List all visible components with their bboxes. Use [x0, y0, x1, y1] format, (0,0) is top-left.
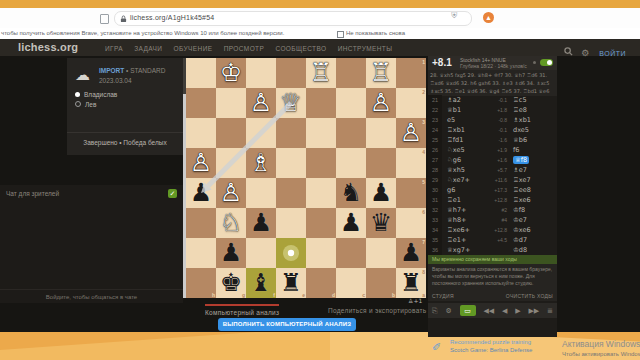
- rank-label: 6: [422, 209, 425, 215]
- move-number: 34: [428, 225, 442, 235]
- white-move[interactable]: e5: [442, 115, 485, 125]
- white-move[interactable]: ♘xe7+: [442, 175, 485, 185]
- move-row: 22♕b1+1.8♖e8: [428, 105, 557, 115]
- url-text[interactable]: lichess.org/A1gH1k45#54: [130, 14, 214, 21]
- square-f1[interactable]: [246, 58, 276, 88]
- square-f8[interactable]: ♝f: [246, 268, 276, 298]
- practice-screen-button[interactable]: ▭: [460, 305, 476, 316]
- square-c8[interactable]: c: [336, 268, 366, 298]
- rank-label: 7: [422, 239, 425, 245]
- square-h7[interactable]: [186, 238, 216, 268]
- notice-body: Варианты анализа сохраняются в вашем бра…: [428, 264, 557, 289]
- black-move[interactable]: ♖c5: [510, 95, 557, 105]
- black-bishop[interactable]: ♝: [246, 268, 276, 298]
- black-move[interactable]: ♗xb1: [510, 115, 557, 125]
- square-c3[interactable]: [336, 118, 366, 148]
- browser-toolbar: lichess.org/A1gH1k45#54 ⛨ ▲: [0, 8, 640, 29]
- black-move[interactable]: f6: [510, 145, 557, 155]
- white-move[interactable]: ♕h7+: [442, 205, 485, 215]
- move-row: 33♕h8+#4♔e7: [428, 215, 557, 225]
- move-row: 35♖e1++4.5♔d7: [428, 235, 557, 245]
- square-g1[interactable]: ♔: [216, 58, 246, 88]
- gear-icon[interactable]: ⚙: [581, 48, 589, 58]
- rank-label: 5: [422, 179, 425, 185]
- request-analysis-button[interactable]: ВЫПОЛНИТЬ КОМПЬЮТЕРНЫЙ АНАЛИЗ: [218, 318, 356, 331]
- square-c2[interactable]: [336, 88, 366, 118]
- nav-watch[interactable]: ПРОСМОТР: [224, 45, 265, 52]
- extension-icon[interactable]: [100, 14, 109, 24]
- square-b8[interactable]: b: [366, 268, 396, 298]
- move-number: 35: [428, 235, 442, 245]
- square-d3[interactable]: [306, 118, 336, 148]
- square-f7[interactable]: [246, 238, 276, 268]
- move-number: 29: [428, 175, 442, 185]
- move-row: 34♖xe6++12.8♔xe6: [428, 225, 557, 235]
- square-f2[interactable]: ♙: [246, 88, 276, 118]
- square-f3[interactable]: [246, 118, 276, 148]
- move-eval: -0.1: [485, 125, 510, 135]
- dismiss-label[interactable]: Не показывать снова: [346, 30, 405, 36]
- white-disc-icon: [75, 92, 80, 97]
- move-number: 36: [428, 245, 442, 255]
- lock-icon: [120, 15, 127, 23]
- white-move[interactable]: ♗a2: [442, 95, 485, 105]
- chat-toggle[interactable]: ✓: [168, 189, 177, 198]
- black-knight[interactable]: ♞: [336, 178, 366, 208]
- rank-label: 4: [422, 149, 425, 155]
- nav-tools[interactable]: ИНСТРУМЕНТЫ: [338, 45, 393, 52]
- move-eval: +1.6: [485, 155, 510, 165]
- clear-moves-button[interactable]: ОЧИСТИТЬ ХОДЫ: [502, 293, 557, 299]
- white-move[interactable]: ♕xg7+: [442, 245, 485, 255]
- square-h1[interactable]: [186, 58, 216, 88]
- square-g3[interactable]: [216, 118, 246, 148]
- square-e8[interactable]: ♜e: [276, 268, 306, 298]
- move-number: 32: [428, 205, 442, 215]
- move-number: 28: [428, 165, 442, 175]
- chat-title: Чат для зрителей: [6, 190, 59, 197]
- square-d1[interactable]: ♖: [306, 58, 336, 88]
- spectator-chat: Чат для зрителей ✓ Войдите, чтобы общать…: [0, 185, 183, 303]
- white-move[interactable]: ♘xe5: [442, 145, 485, 155]
- black-move[interactable]: ♕f8: [510, 155, 557, 165]
- dismiss-checkbox[interactable]: [337, 31, 344, 38]
- main-nav: ИГРА ЗАДАЧИ ОБУЧЕНИЕ ПРОСМОТР СООБЩЕСТВО…: [105, 45, 401, 52]
- move-number: 27: [428, 155, 442, 165]
- square-g2[interactable]: [216, 88, 246, 118]
- square-d4[interactable]: [306, 148, 336, 178]
- move-eval: +4.5: [485, 235, 510, 245]
- square-e3[interactable]: [276, 118, 306, 148]
- file-label: c: [362, 292, 365, 298]
- square-b3[interactable]: [366, 118, 396, 148]
- move-row: 28♕xh5+5.7♗e7: [428, 165, 557, 175]
- game-result: Завершено • Победа белых: [67, 132, 183, 146]
- move-eval: +1.9: [485, 145, 510, 155]
- black-disc-icon: [75, 101, 81, 107]
- shield-icon[interactable]: ⛨: [451, 11, 457, 21]
- move-number: 25: [428, 135, 442, 145]
- move-row: 30g6+17.3♖ee8: [428, 185, 557, 195]
- black-move[interactable]: ♔f8: [510, 205, 557, 215]
- move-row: 24♖xb1-0.1dxe5: [428, 125, 557, 135]
- analysis-panel: +8.1 Stockfish 14+ NNUE Глубина 18/22 · …: [428, 56, 557, 337]
- square-e4[interactable]: [276, 148, 306, 178]
- move-number: 21: [428, 95, 442, 105]
- move-number: 30: [428, 185, 442, 195]
- move-list-icon[interactable]: ≣: [547, 307, 553, 315]
- white-move[interactable]: ♖fd1: [442, 135, 485, 145]
- puzzle-line1[interactable]: Recommended puzzle training: [450, 339, 531, 345]
- square-a8[interactable]: ♜a8: [396, 268, 426, 298]
- black-move[interactable]: ♔e7: [510, 215, 557, 225]
- square-b4[interactable]: [366, 148, 396, 178]
- next-move-icon[interactable]: ▶: [515, 307, 520, 315]
- move-number: 23: [428, 115, 442, 125]
- square-c6[interactable]: ♟: [336, 208, 366, 238]
- settings-icon[interactable]: ⚙: [445, 307, 451, 315]
- sign-in-link[interactable]: ВОЙТИ: [599, 50, 626, 57]
- white-bishop[interactable]: ♗: [246, 148, 276, 178]
- menu-icon[interactable]: ⎘: [432, 307, 438, 315]
- move-eval: -0.1: [485, 95, 510, 105]
- file-label: f: [273, 292, 275, 298]
- black-move[interactable]: ♖ee8: [510, 185, 557, 195]
- move-eval: +12.8: [485, 225, 510, 235]
- square-h2[interactable]: [186, 88, 216, 118]
- square-g6[interactable]: ♘: [216, 208, 246, 238]
- black-move[interactable]: ♔xe6: [510, 225, 557, 235]
- white-queen[interactable]: ♕: [276, 88, 306, 118]
- move-number: 22: [428, 105, 442, 115]
- desktop: lichess.org/A1gH1k45#54 ⛨ ▲ чтобы получи…: [0, 0, 640, 360]
- move-eval: #4: [485, 215, 510, 225]
- square-c5[interactable]: ♞: [336, 178, 366, 208]
- white-move[interactable]: ♖xb1: [442, 125, 485, 135]
- rank-label: 1: [422, 59, 425, 65]
- black-pawn[interactable]: ♟: [336, 208, 366, 238]
- square-d7[interactable]: [306, 238, 336, 268]
- black-pawn[interactable]: ♟: [366, 178, 396, 208]
- move-eval: +11.6: [485, 175, 510, 185]
- black-pawn[interactable]: ♟: [216, 238, 246, 268]
- white-move[interactable]: ♕b1: [442, 105, 485, 115]
- import-cloud-icon: ☁: [75, 66, 90, 84]
- square-e1[interactable]: [276, 58, 306, 88]
- white-pawn[interactable]: ♙: [216, 178, 246, 208]
- square-a7[interactable]: ♟7: [396, 238, 426, 268]
- white-player[interactable]: Владислав: [75, 91, 117, 98]
- black-move[interactable]: ♖xe7: [510, 175, 557, 185]
- study-button[interactable]: СТУДИЯ: [428, 293, 458, 299]
- black-move[interactable]: ♗e7: [510, 165, 557, 175]
- move-row: 31♖e1+12.8♖xe6: [428, 195, 557, 205]
- chess-board[interactable]: ♔♖♖1♙♕♙2♙3♙♗4♟♙♞♟5♘♟♟♛6♟♟7h♚g♝f♜edcb♜a8: [186, 58, 426, 298]
- move-number: 26: [428, 145, 442, 155]
- move-eval: +12.8: [485, 195, 510, 205]
- move-number: 33: [428, 215, 442, 225]
- square-a6[interactable]: 6: [396, 208, 426, 238]
- puzzle-line2[interactable]: Scotch Game: Berlina Defense: [450, 347, 532, 353]
- black-move[interactable]: ♖xe6: [510, 195, 557, 205]
- nav-learn[interactable]: ОБУЧЕНИЕ: [174, 45, 213, 52]
- white-move[interactable]: ♕h8+: [442, 215, 485, 225]
- move-row: 26♘xe5+1.9f6: [428, 145, 557, 155]
- square-a4[interactable]: 4: [396, 148, 426, 178]
- square-e6[interactable]: [276, 208, 306, 238]
- analysis-toolbar: ⎘ ⚙ ▭ ◀◀ ◀ ▶ ▶▶ ≣: [428, 303, 557, 318]
- header-actions: ⚙ВОЙТИ: [564, 42, 626, 60]
- site-header: lichess.org ИГРА ЗАДАЧИ ОБУЧЕНИЕ ПРОСМОТ…: [0, 39, 640, 56]
- white-pawn[interactable]: ♙: [246, 88, 276, 118]
- move-row: 23e5-0.8♗xb1: [428, 115, 557, 125]
- puzzle-icon: ✐: [432, 341, 446, 355]
- file-label: d: [332, 292, 335, 298]
- black-move[interactable]: ♖e8: [510, 105, 557, 115]
- move-row: 36♕xg7+♔d8: [428, 245, 557, 255]
- nav-play[interactable]: ИГРА: [105, 45, 123, 52]
- chat-login-prompt[interactable]: Войдите, чтобы общаться в чате: [0, 289, 183, 300]
- tab-share-export[interactable]: Поделиться и экспортировать: [328, 304, 426, 314]
- square-d5[interactable]: [306, 178, 336, 208]
- black-player[interactable]: Лев: [75, 101, 96, 108]
- search-icon[interactable]: [564, 47, 573, 56]
- rank-label: 3: [422, 119, 425, 125]
- rank-label: 8: [422, 269, 425, 275]
- game-date: 2023.03.04: [99, 77, 132, 84]
- game-source: IMPORT • STANDARD: [99, 67, 165, 74]
- black-move[interactable]: ♔d7: [510, 235, 557, 245]
- move-eval: #2: [485, 205, 510, 215]
- square-h6[interactable]: [186, 208, 216, 238]
- nav-community[interactable]: СООБЩЕСТВО: [275, 45, 326, 52]
- move-row: 27♘g6+1.6♕f8: [428, 155, 557, 165]
- windows-activation-subtitle: Чтобы активировать Windows, перейдите в …: [562, 351, 640, 357]
- square-c1[interactable]: [336, 58, 366, 88]
- move-eval: +1.8: [485, 105, 510, 115]
- square-f5[interactable]: [246, 178, 276, 208]
- black-move[interactable]: ♕b6: [510, 135, 557, 145]
- move-eval: -0.8: [485, 115, 510, 125]
- windows-activation-title: Активация Windows: [562, 339, 640, 349]
- engine-toggle[interactable]: [540, 59, 553, 66]
- notification-text: чтобы получить обновления Brave, установ…: [1, 30, 284, 36]
- black-move[interactable]: dxe5: [510, 125, 557, 135]
- square-h8[interactable]: h: [186, 268, 216, 298]
- square-f6[interactable]: ♟: [246, 208, 276, 238]
- prev-move-icon[interactable]: ◀: [502, 307, 507, 315]
- square-e7[interactable]: [276, 238, 306, 268]
- square-b5[interactable]: ♟: [366, 178, 396, 208]
- move-eval: +5.7: [485, 165, 510, 175]
- square-g7[interactable]: ♟: [216, 238, 246, 268]
- black-queen[interactable]: ♛: [366, 208, 396, 238]
- brave-rewards-icon[interactable]: ▲: [483, 12, 494, 23]
- square-d8[interactable]: d: [306, 268, 336, 298]
- black-move[interactable]: ♔d8: [510, 245, 557, 255]
- black-pawn[interactable]: ♟: [186, 178, 216, 208]
- notice-title: Мы временно сохраняем ваши ходы: [428, 255, 557, 264]
- file-label: e: [302, 292, 305, 298]
- first-move-icon[interactable]: ◀◀: [483, 307, 494, 315]
- move-row: 29♘xe7++11.6♖xe7: [428, 175, 557, 185]
- square-b1[interactable]: ♖: [366, 58, 396, 88]
- file-label: g: [242, 292, 245, 298]
- square-e5[interactable]: [276, 178, 306, 208]
- lichess-page: lichess.org ИГРА ЗАДАЧИ ОБУЧЕНИЕ ПРОСМОТ…: [0, 39, 640, 332]
- move-row: 25♖fd1-1.6♕b6: [428, 135, 557, 145]
- white-rook[interactable]: ♖: [366, 58, 396, 88]
- tab-computer-analysis[interactable]: Компьютерный анализ: [205, 304, 279, 316]
- white-king[interactable]: ♔: [216, 58, 246, 88]
- move-row: 32♕h7+#2♔f8: [428, 205, 557, 215]
- engine-info: Stockfish 14+ NNUE Глубина 18/22 · 148k …: [460, 57, 527, 69]
- move-number: 31: [428, 195, 442, 205]
- white-knight[interactable]: ♘: [216, 208, 246, 238]
- saved-moves-notice: Мы временно сохраняем ваши ходы Варианты…: [428, 255, 557, 301]
- white-move[interactable]: ♕xh5: [442, 165, 485, 175]
- material-count: ♙+1: [408, 297, 422, 304]
- wallpaper-shape: [0, 332, 380, 360]
- square-f4[interactable]: ♗: [246, 148, 276, 178]
- square-a2[interactable]: 2: [396, 88, 426, 118]
- square-b6[interactable]: ♛: [366, 208, 396, 238]
- square-d6[interactable]: [306, 208, 336, 238]
- square-b2[interactable]: ♙: [366, 88, 396, 118]
- game-info-panel: ☁ IMPORT • STANDARD 2023.03.04 Владислав…: [67, 58, 183, 155]
- white-pawn[interactable]: ♙: [186, 148, 216, 178]
- square-h5[interactable]: ♟: [186, 178, 216, 208]
- engine-pv-line[interactable]: 28. ♕xh5 fxg5 29. ♕h8+ ♔f7 30. ♕h7 ♖d6 3…: [428, 70, 557, 96]
- file-label: h: [212, 292, 215, 298]
- square-c7[interactable]: [336, 238, 366, 268]
- square-b7[interactable]: [366, 238, 396, 268]
- square-g5[interactable]: ♙: [216, 178, 246, 208]
- engine-header: +8.1 Stockfish 14+ NNUE Глубина 18/22 · …: [428, 56, 557, 70]
- move-eval: +17.3: [485, 185, 510, 195]
- file-label: b: [392, 292, 395, 298]
- white-pawn[interactable]: ♙: [366, 88, 396, 118]
- square-g8[interactable]: ♚g: [216, 268, 246, 298]
- last-move-icon[interactable]: ▶▶: [528, 307, 539, 315]
- square-e2[interactable]: ♕: [276, 88, 306, 118]
- engine-settings-dot[interactable]: [533, 61, 536, 64]
- move-list: 21♗a2-0.1♖c522♕b1+1.8♖e823e5-0.8♗xb124♖x…: [428, 95, 557, 255]
- white-rook[interactable]: ♖: [306, 58, 336, 88]
- lichess-logo[interactable]: lichess.org: [18, 41, 78, 53]
- black-pawn[interactable]: ♟: [246, 208, 276, 238]
- square-h4[interactable]: ♙: [186, 148, 216, 178]
- white-move[interactable]: ♖xe6+: [442, 225, 485, 235]
- white-move[interactable]: g6: [442, 185, 485, 195]
- move-eval: [485, 245, 510, 255]
- rank-label: 2: [422, 89, 425, 95]
- engine-eval: +8.1: [432, 57, 452, 68]
- square-h3[interactable]: [186, 118, 216, 148]
- move-row: 21♗a2-0.1♖c5: [428, 95, 557, 105]
- address-bar[interactable]: lichess.org/A1gH1k45#54: [114, 11, 472, 26]
- white-move[interactable]: ♖e1: [442, 195, 485, 205]
- square-a3[interactable]: ♙3: [396, 118, 426, 148]
- square-g4[interactable]: [216, 148, 246, 178]
- move-eval: -1.6: [485, 135, 510, 145]
- nav-puzzles[interactable]: ЗАДАЧИ: [134, 45, 162, 52]
- file-label: a: [422, 292, 425, 298]
- square-d2[interactable]: [306, 88, 336, 118]
- square-a1[interactable]: 1: [396, 58, 426, 88]
- white-move[interactable]: ♖e1+: [442, 235, 485, 245]
- white-move[interactable]: ♘g6: [442, 155, 485, 165]
- square-c4[interactable]: [336, 148, 366, 178]
- move-number: 24: [428, 125, 442, 135]
- square-a5[interactable]: 5: [396, 178, 426, 208]
